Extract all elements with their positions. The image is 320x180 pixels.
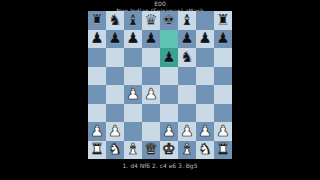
square-b6 [106,48,124,67]
black-pawn: ♟ [108,31,121,46]
white-king: ♚ [162,142,175,157]
square-c7: ♟ [124,30,142,49]
square-c8: ♝ [124,11,142,30]
square-h3 [214,104,232,123]
white-pawn: ♟ [198,124,211,139]
square-b2: ♟ [106,122,124,141]
square-c1: ♝ [124,141,142,160]
square-f3 [178,104,196,123]
square-d3 [142,104,160,123]
white-bishop: ♝ [126,142,139,157]
white-pawn: ♟ [180,124,193,139]
square-e1: ♚ [160,141,178,160]
square-a3 [88,104,106,123]
white-pawn: ♟ [108,124,121,139]
white-rook: ♜ [216,142,229,157]
square-a2: ♟ [88,122,106,141]
square-g6 [196,48,214,67]
square-f5 [178,67,196,86]
square-h5 [214,67,232,86]
white-knight: ♞ [198,142,211,157]
square-a8: ♜ [88,11,106,30]
square-c2 [124,122,142,141]
black-knight: ♞ [108,13,121,28]
white-bishop: ♝ [180,142,193,157]
square-e4 [160,85,178,104]
square-g5 [196,67,214,86]
white-pawn: ♟ [144,87,157,102]
square-f2: ♟ [178,122,196,141]
square-c5 [124,67,142,86]
white-queen: ♛ [144,142,157,157]
black-pawn: ♟ [90,31,103,46]
square-h6 [214,48,232,67]
square-g2: ♟ [196,122,214,141]
square-d1: ♛ [142,141,160,160]
video-frame: E00 Neo-Indian (Seirawan) attack ♜♞♝♛♚♝♜… [0,0,320,180]
square-h4 [214,85,232,104]
square-a6 [88,48,106,67]
white-pawn: ♟ [216,124,229,139]
square-g7: ♟ [196,30,214,49]
square-c4: ♟ [124,85,142,104]
square-f4 [178,85,196,104]
black-rook: ♜ [216,13,229,28]
square-g8 [196,11,214,30]
square-f6: ♞ [178,48,196,67]
square-d7: ♟ [142,30,160,49]
square-d5 [142,67,160,86]
move-list: 1. d4 Nf6 2. c4 e6 3. Bg5 [0,162,320,169]
square-e5 [160,67,178,86]
white-pawn: ♟ [90,124,103,139]
square-h1: ♜ [214,141,232,160]
black-queen: ♛ [144,13,157,28]
square-g3 [196,104,214,123]
white-rook: ♜ [90,142,103,157]
square-a1: ♜ [88,141,106,160]
square-f7: ♟ [178,30,196,49]
square-b8: ♞ [106,11,124,30]
square-d4: ♟ [142,85,160,104]
square-e2: ♟ [160,122,178,141]
black-knight: ♞ [180,50,193,65]
square-h2: ♟ [214,122,232,141]
black-bishop: ♝ [180,13,193,28]
black-pawn: ♟ [144,31,157,46]
square-h7: ♟ [214,30,232,49]
black-pawn: ♟ [126,31,139,46]
square-h8: ♜ [214,11,232,30]
square-b3 [106,104,124,123]
square-e8: ♚ [160,11,178,30]
square-c3 [124,104,142,123]
square-c6 [124,48,142,67]
white-pawn: ♟ [162,124,175,139]
square-f8: ♝ [178,11,196,30]
square-a7: ♟ [88,30,106,49]
square-d6 [142,48,160,67]
square-b7: ♟ [106,30,124,49]
square-g1: ♞ [196,141,214,160]
square-b4 [106,85,124,104]
black-pawn: ♟ [162,50,175,65]
chess-board: ♜♞♝♛♚♝♜♟♟♟♟♟♟♟♟♞♟♟♟♟♟♟♟♟♜♞♝♛♚♝♞♜ [88,11,232,159]
square-d2 [142,122,160,141]
square-e3 [160,104,178,123]
square-f1: ♝ [178,141,196,160]
black-pawn: ♟ [198,31,211,46]
white-knight: ♞ [108,142,121,157]
black-bishop: ♝ [126,13,139,28]
black-rook: ♜ [90,13,103,28]
black-pawn: ♟ [180,31,193,46]
square-b1: ♞ [106,141,124,160]
black-pawn: ♟ [216,31,229,46]
black-king: ♚ [162,13,175,28]
square-a5 [88,67,106,86]
square-d8: ♛ [142,11,160,30]
square-b5 [106,67,124,86]
square-e7 [160,30,178,49]
square-e6: ♟ [160,48,178,67]
square-g4 [196,85,214,104]
square-a4 [88,85,106,104]
white-pawn: ♟ [126,87,139,102]
